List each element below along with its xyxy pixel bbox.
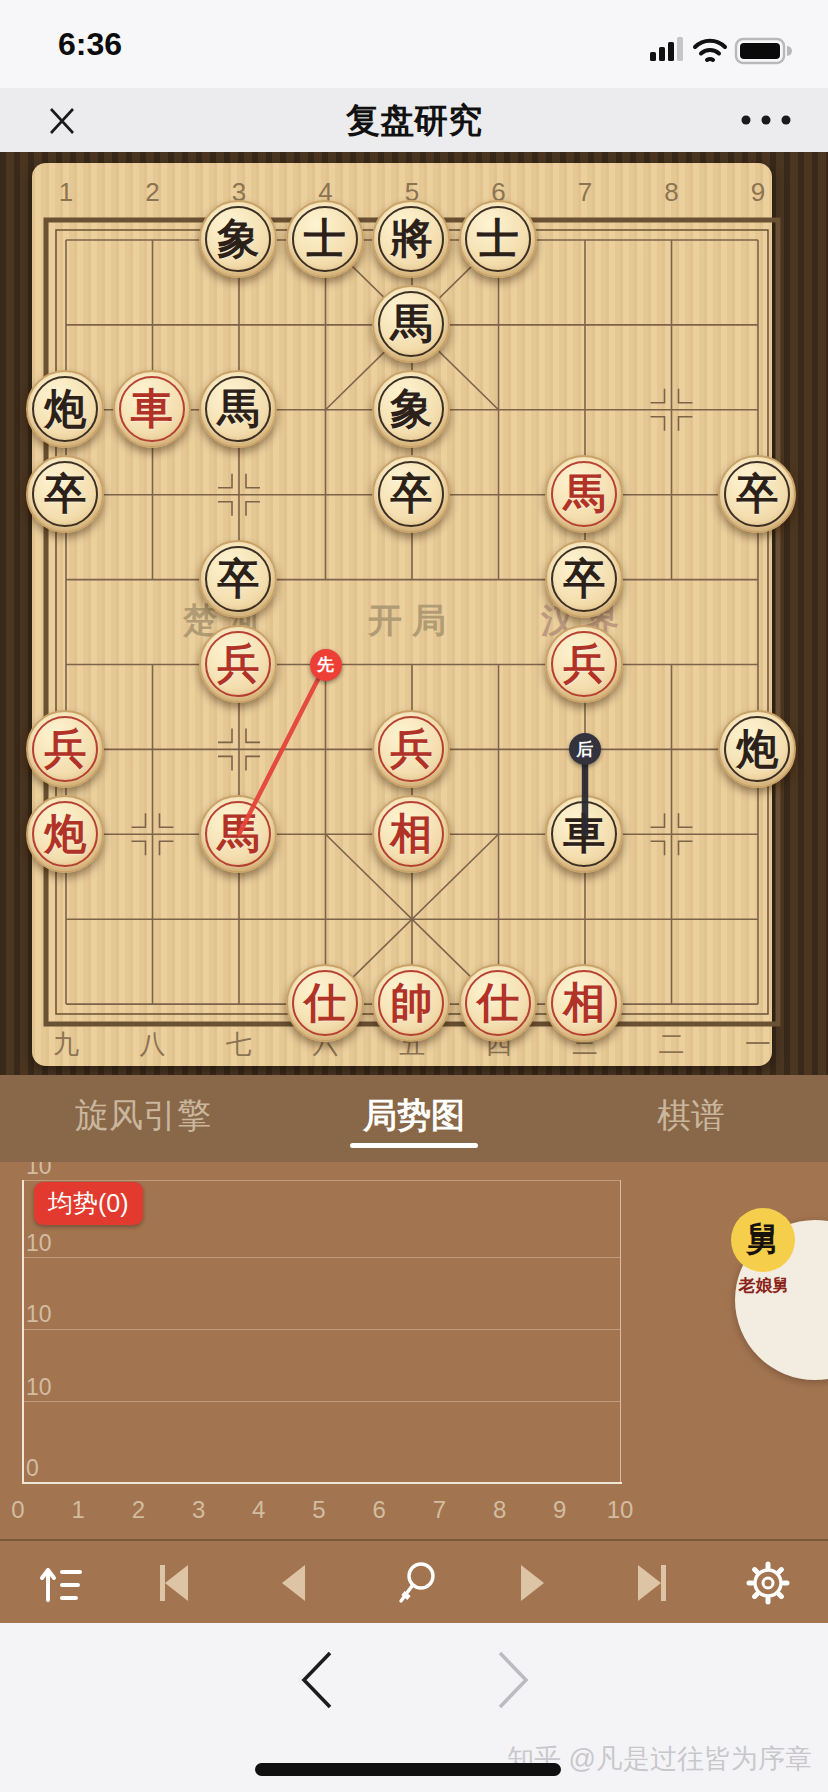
chart-gridline <box>22 1329 620 1330</box>
piece-black-馬[interactable]: 馬 <box>372 285 450 363</box>
tab-game-record[interactable]: 棋谱 <box>553 1075 828 1162</box>
laoniangjiu-label: 老娘舅 <box>721 1274 807 1297</box>
piece-black-將[interactable]: 將 <box>372 200 450 278</box>
forward-chevron-icon[interactable] <box>484 1645 544 1715</box>
settings-gear-icon[interactable] <box>723 1541 813 1625</box>
piece-red-車[interactable]: 車 <box>113 370 191 448</box>
footer: 知乎 @凡是过往皆为序章 <box>0 1623 828 1792</box>
x-tick: 5 <box>312 1496 325 1524</box>
x-tick: 6 <box>373 1496 386 1524</box>
y-tick: 10 <box>26 1230 52 1257</box>
piece-black-車[interactable]: 車 <box>545 795 623 873</box>
battery-icon <box>736 39 792 63</box>
cellular-icon <box>650 37 683 61</box>
piece-black-炮[interactable]: 炮 <box>718 710 796 788</box>
skip-start-icon[interactable] <box>129 1541 219 1625</box>
tab-bar: 旋风引擎 局势图 棋谱 <box>0 1075 828 1162</box>
chart-gridline <box>22 1401 620 1402</box>
situation-chart: 10 10 10 10 0 012345678910 均势(0) 舅 老娘舅 <box>0 1162 828 1539</box>
page-title: 复盘研究 <box>0 98 828 144</box>
piece-black-象[interactable]: 象 <box>372 370 450 448</box>
x-tick: 7 <box>433 1496 446 1524</box>
piece-black-炮[interactable]: 炮 <box>26 370 104 448</box>
x-tick: 10 <box>607 1496 634 1524</box>
black-move-badge: 后 <box>569 733 601 765</box>
piece-black-卒[interactable]: 卒 <box>718 455 796 533</box>
y-tick: 10 <box>26 1301 52 1328</box>
piece-black-馬[interactable]: 馬 <box>199 370 277 448</box>
piece-red-仕[interactable]: 仕 <box>286 964 364 1042</box>
chart-gridline <box>22 1180 620 1181</box>
laoniangjiu-logo-icon: 舅 <box>746 1217 780 1263</box>
piece-black-象[interactable]: 象 <box>199 200 277 278</box>
chart-right-border <box>620 1180 621 1483</box>
chart-gridline <box>22 1257 620 1258</box>
y-tick: 0 <box>26 1455 39 1482</box>
laoniangjiu-logo-circle: 舅 <box>731 1208 795 1272</box>
status-icons <box>648 32 798 72</box>
piece-red-帥[interactable]: 帥 <box>372 964 450 1042</box>
piece-black-卒[interactable]: 卒 <box>26 455 104 533</box>
tab-situation-chart[interactable]: 局势图 <box>276 1075 552 1162</box>
piece-red-馬[interactable]: 馬 <box>199 795 277 873</box>
piece-red-仕[interactable]: 仕 <box>459 964 537 1042</box>
x-tick: 8 <box>493 1496 506 1524</box>
y-tick: 10 <box>26 1162 52 1180</box>
more-icon[interactable] <box>734 94 798 146</box>
x-tick: 2 <box>132 1496 145 1524</box>
y-tick: 10 <box>26 1374 52 1401</box>
x-tick: 0 <box>11 1496 24 1524</box>
chart-y-axis <box>22 1180 24 1483</box>
status-bar: 6:36 <box>0 0 828 88</box>
home-indicator <box>255 1763 561 1776</box>
step-back-icon[interactable] <box>248 1541 338 1625</box>
laoniangjiu-badge[interactable]: 舅 老娘舅 <box>735 1220 828 1380</box>
red-move-badge: 先 <box>310 649 342 681</box>
clock: 6:36 <box>58 26 122 63</box>
piece-red-馬[interactable]: 馬 <box>545 455 623 533</box>
piece-red-兵[interactable]: 兵 <box>372 710 450 788</box>
piece-red-相[interactable]: 相 <box>372 795 450 873</box>
back-chevron-icon[interactable] <box>286 1645 346 1715</box>
step-forward-icon[interactable] <box>488 1541 578 1625</box>
x-tick: 9 <box>553 1496 566 1524</box>
move-list-icon[interactable] <box>16 1541 106 1625</box>
piece-black-士[interactable]: 士 <box>286 200 364 278</box>
app-screen: 6:36 <box>0 0 828 1792</box>
xiangqi-board: 象士將士馬炮車馬象卒卒馬卒卒卒兵兵兵兵炮炮馬相車仕帥仕相 <box>22 197 801 1046</box>
skip-end-icon[interactable] <box>607 1541 697 1625</box>
magnifier-icon[interactable] <box>372 1541 462 1625</box>
chart-x-axis <box>22 1482 622 1484</box>
piece-black-卒[interactable]: 卒 <box>199 540 277 618</box>
piece-red-炮[interactable]: 炮 <box>26 795 104 873</box>
xiangqi-board-section: 象士將士馬炮車馬象卒卒馬卒卒卒兵兵兵兵炮炮馬相車仕帥仕相 123456789九八… <box>0 152 828 1075</box>
piece-red-兵[interactable]: 兵 <box>26 710 104 788</box>
active-tab-underline <box>350 1143 478 1148</box>
tab-engine[interactable]: 旋风引擎 <box>5 1075 281 1162</box>
piece-black-卒[interactable]: 卒 <box>545 540 623 618</box>
x-tick: 3 <box>192 1496 205 1524</box>
piece-red-兵[interactable]: 兵 <box>199 625 277 703</box>
piece-black-卒[interactable]: 卒 <box>372 455 450 533</box>
x-tick: 4 <box>252 1496 265 1524</box>
evaluation-badge: 均势(0) <box>34 1182 143 1225</box>
wifi-icon <box>695 41 725 60</box>
piece-black-士[interactable]: 士 <box>459 200 537 278</box>
playback-toolbar <box>0 1539 828 1625</box>
piece-red-相[interactable]: 相 <box>545 964 623 1042</box>
nav-bar: 复盘研究 <box>0 88 828 152</box>
x-tick: 1 <box>72 1496 85 1524</box>
piece-red-兵[interactable]: 兵 <box>545 625 623 703</box>
